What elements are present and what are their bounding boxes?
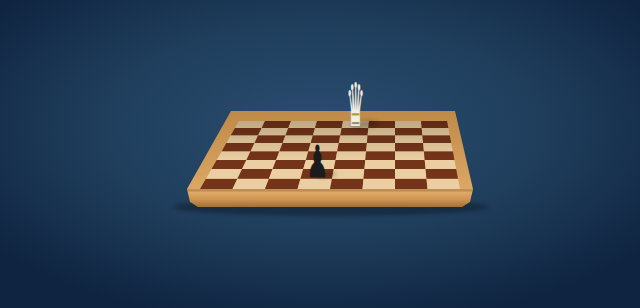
piece-white-queen-e8: ♛ <box>346 70 365 141</box>
chessboard-3d: ♛♟ <box>0 0 640 308</box>
board-frame-front-face <box>187 189 473 207</box>
frame-edge-line <box>187 189 473 192</box>
piece-black-pawn-d2: ♟ <box>306 136 328 187</box>
depth-shading <box>200 121 460 189</box>
scene: ♛♟ <box>0 0 640 308</box>
board-render: ♛♟ <box>0 0 640 308</box>
